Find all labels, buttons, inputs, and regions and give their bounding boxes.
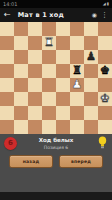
square-a4[interactable] (0, 78, 14, 92)
error-count: 6 (8, 137, 13, 150)
square-h1[interactable] (98, 120, 112, 134)
white-pawn: ♟ (70, 78, 84, 92)
square-c5[interactable] (28, 64, 42, 78)
status-time: 14:01 (3, 0, 17, 8)
square-f8[interactable] (70, 22, 84, 36)
square-g1[interactable] (84, 120, 98, 134)
white-rook: ♜ (42, 36, 56, 50)
square-e2[interactable] (56, 106, 70, 120)
info-panel: 6 Ход белых Позиция 6 назад вперед (0, 134, 112, 192)
forward-button[interactable]: вперед (59, 155, 103, 168)
app-screen: 14:01 ◢ ▮ ← Мат в 1 ход ◉ ⋮ ♜♟♜♚♟♚ 6 Ход… (0, 0, 112, 200)
square-e6[interactable] (56, 50, 70, 64)
square-b8[interactable] (14, 22, 28, 36)
turn-label: Ход белых (39, 137, 74, 143)
square-a1[interactable] (0, 120, 14, 134)
square-d5[interactable] (42, 64, 56, 78)
square-c4[interactable] (28, 78, 42, 92)
black-king: ♚ (98, 64, 112, 78)
square-b6[interactable] (14, 50, 28, 64)
square-h4[interactable] (98, 78, 112, 92)
square-e7[interactable] (56, 36, 70, 50)
square-d6[interactable] (42, 50, 56, 64)
square-g2[interactable] (84, 106, 98, 120)
square-b2[interactable] (14, 106, 28, 120)
square-e4[interactable] (56, 78, 70, 92)
square-c1[interactable] (28, 120, 42, 134)
hint-lightbulb-icon[interactable] (98, 136, 107, 150)
navigation-buttons: назад вперед (0, 155, 112, 168)
bottom-nav-strip (0, 192, 112, 200)
status-bar: 14:01 ◢ ▮ (0, 0, 112, 8)
square-g3[interactable] (84, 92, 98, 106)
square-c8[interactable] (28, 22, 42, 36)
square-a7[interactable] (0, 36, 14, 50)
square-h2[interactable] (98, 106, 112, 120)
square-f5[interactable]: ♜ (70, 64, 84, 78)
square-c7[interactable] (28, 36, 42, 50)
battery-icon: ▮ (107, 0, 109, 8)
square-e1[interactable] (56, 120, 70, 134)
square-a5[interactable] (0, 64, 14, 78)
square-c2[interactable] (28, 106, 42, 120)
position-label: Позиция 6 (44, 145, 68, 150)
back-arrow-icon[interactable]: ← (4, 8, 11, 22)
error-count-badge: 6 (4, 137, 17, 150)
square-h3[interactable]: ♚ (98, 92, 112, 106)
square-f3[interactable] (70, 92, 84, 106)
square-e8[interactable] (56, 22, 70, 36)
square-g8[interactable] (84, 22, 98, 36)
square-b1[interactable] (14, 120, 28, 134)
square-a8[interactable] (0, 22, 14, 36)
square-f2[interactable] (70, 106, 84, 120)
square-e3[interactable] (56, 92, 70, 106)
white-king: ♚ (98, 92, 112, 106)
square-b7[interactable] (14, 36, 28, 50)
status-icons: ◢ ▮ (103, 0, 109, 8)
square-d1[interactable] (42, 120, 56, 134)
square-d7[interactable]: ♜ (42, 36, 56, 50)
forward-button-label: вперед (71, 159, 91, 164)
square-a6[interactable] (0, 50, 14, 64)
square-d2[interactable] (42, 106, 56, 120)
square-c6[interactable] (28, 50, 42, 64)
square-g7[interactable] (84, 36, 98, 50)
square-a3[interactable] (0, 92, 14, 106)
square-f7[interactable] (70, 36, 84, 50)
square-h5[interactable]: ♚ (98, 64, 112, 78)
square-d8[interactable] (42, 22, 56, 36)
square-g5[interactable] (84, 64, 98, 78)
app-bar: ← Мат в 1 ход ◉ ⋮ (0, 8, 112, 22)
square-f6[interactable] (70, 50, 84, 64)
square-h6[interactable] (98, 50, 112, 64)
back-button[interactable]: назад (9, 155, 53, 168)
square-b3[interactable] (14, 92, 28, 106)
square-g6[interactable]: ♟ (84, 50, 98, 64)
square-d4[interactable] (42, 78, 56, 92)
black-rook: ♜ (70, 64, 84, 78)
square-c3[interactable] (28, 92, 42, 106)
square-b4[interactable] (14, 78, 28, 92)
square-h7[interactable] (98, 36, 112, 50)
square-f1[interactable] (70, 120, 84, 134)
square-a2[interactable] (0, 106, 14, 120)
black-pawn: ♟ (84, 50, 98, 64)
square-d3[interactable] (42, 92, 56, 106)
overflow-menu-icon[interactable]: ⋮ (101, 8, 108, 22)
square-g4[interactable] (84, 78, 98, 92)
back-button-label: назад (23, 159, 39, 164)
signal-icon: ◢ (103, 0, 106, 8)
page-title: Мат в 1 ход (18, 11, 92, 19)
square-e5[interactable] (56, 64, 70, 78)
square-b5[interactable] (14, 64, 28, 78)
chess-board: ♜♟♜♚♟♚ (0, 22, 112, 134)
appbar-actions: ◉ ⋮ (92, 8, 108, 22)
square-h8[interactable] (98, 22, 112, 36)
square-f4[interactable]: ♟ (70, 78, 84, 92)
appbar-circle-icon[interactable]: ◉ (92, 8, 97, 22)
